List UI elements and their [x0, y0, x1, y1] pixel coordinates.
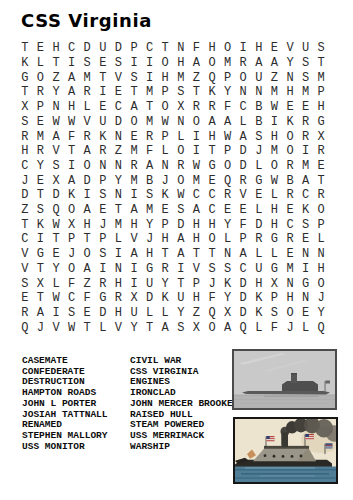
grid-cell: R [235, 173, 251, 188]
grid-cell: M [79, 70, 95, 85]
grid-cell: H [251, 276, 267, 291]
grid-cell: H [111, 276, 127, 291]
grid-cell: D [235, 306, 251, 321]
photo-ship-hull [242, 391, 330, 395]
grid-cell: Y [220, 291, 236, 306]
grid-cell: G [267, 232, 283, 247]
word-list-item: JOHN L PORTER [22, 399, 108, 410]
grid-cell: E [313, 159, 329, 174]
grid-cell: E [33, 173, 49, 188]
grid-cell: S [64, 306, 80, 321]
grid-cell: K [298, 203, 314, 218]
grid-cell: P [189, 276, 205, 291]
grid-cell: N [111, 129, 127, 144]
grid-cell: S [142, 188, 158, 203]
grid-cell: O [282, 144, 298, 159]
grid-cell: I [126, 188, 142, 203]
grid-cell: L [251, 247, 267, 262]
grid-cell: A [189, 203, 205, 218]
grid-cell: Z [267, 70, 283, 85]
grid-cell: Y [157, 276, 173, 291]
grid-cell: R [17, 306, 33, 321]
grid-cell: T [33, 261, 49, 276]
grid-cell: Z [189, 306, 205, 321]
grid-cell: H [64, 100, 80, 115]
grid-cell: F [189, 41, 205, 56]
grid-cell: A [79, 261, 95, 276]
grid-cell: N [220, 247, 236, 262]
grid-cell: M [267, 85, 283, 100]
grid-cell: T [17, 41, 33, 56]
grid-cell: M [142, 203, 158, 218]
grid-cell: N [173, 41, 189, 56]
grid-cell: G [95, 291, 111, 306]
grid-cell: T [79, 232, 95, 247]
grid-cell: H [204, 217, 220, 232]
grid-cell: A [142, 159, 158, 174]
grid-cell: R [33, 85, 49, 100]
grid-cell: R [142, 129, 158, 144]
grid-cell: B [282, 173, 298, 188]
grid-cell: S [267, 306, 283, 321]
grid-cell: C [17, 159, 33, 174]
word-list-left-column: CASEMATECONFEDERATEDESTRUCTIONHAMPTON RO… [22, 356, 108, 452]
grid-cell: R [220, 188, 236, 203]
grid-cell: A [64, 173, 80, 188]
grid-cell: U [251, 261, 267, 276]
grid-cell: M [298, 85, 314, 100]
grid-cell: A [157, 320, 173, 335]
grid-cell: S [220, 261, 236, 276]
grid-cell: J [17, 173, 33, 188]
grid-cell: Y [173, 306, 189, 321]
grid-cell: K [64, 188, 80, 203]
grid-cell: P [313, 85, 329, 100]
grid-cell: W [48, 217, 64, 232]
word-list-item: WARSHIP [130, 442, 233, 453]
grid-cell: L [298, 320, 314, 335]
grid-cell: H [157, 70, 173, 85]
grid-cell: T [204, 144, 220, 159]
grid-cell: Y [126, 320, 142, 335]
grid-cell: S [17, 114, 33, 129]
grid-cell: V [282, 41, 298, 56]
grid-cell: Y [33, 159, 49, 174]
grid-cell: M [189, 173, 205, 188]
grid-cell: M [142, 114, 158, 129]
grid-cell: E [157, 203, 173, 218]
grid-cell: R [298, 114, 314, 129]
grid-cell: H [267, 129, 283, 144]
grid-cell: I [189, 129, 205, 144]
grid-cell: X [220, 306, 236, 321]
grid-cell: R [251, 232, 267, 247]
grid-cell: R [282, 188, 298, 203]
grid-cell: W [64, 114, 80, 129]
grid-cell: H [189, 291, 205, 306]
grid-cell: N [48, 100, 64, 115]
grid-cell: V [189, 261, 205, 276]
grid-cell: L [251, 203, 267, 218]
grid-cell: A [173, 247, 189, 262]
grid-cell: T [17, 217, 33, 232]
grid-cell: T [33, 188, 49, 203]
grid-cell: W [48, 114, 64, 129]
grid-cell: W [48, 291, 64, 306]
grid-cell: H [79, 217, 95, 232]
grid-cell: H [313, 100, 329, 115]
grid-cell: O [220, 159, 236, 174]
grid-cell: O [157, 56, 173, 71]
grid-cell: C [298, 188, 314, 203]
grid-cell: P [95, 232, 111, 247]
grid-cell: N [111, 188, 127, 203]
grid-cell: Y [282, 56, 298, 71]
photo-ship-casemate [282, 381, 318, 391]
worksheet-page: CSS Virginia TEHCDUDPCTNFHOIHEVUSKLTISES… [0, 0, 353, 500]
grid-cell: E [204, 173, 220, 188]
word-list-right-column: CIVIL WARCSS VIRGINIAENGINESIRONCLADJOHN… [130, 356, 233, 452]
grid-cell: M [111, 217, 127, 232]
grid-cell: W [64, 320, 80, 335]
grid-cell: E [282, 100, 298, 115]
grid-cell: B [251, 114, 267, 129]
grid-cell: Q [17, 320, 33, 335]
grid-cell: P [267, 291, 283, 306]
grid-cell: S [298, 217, 314, 232]
grid-cell: V [17, 247, 33, 262]
grid-cell: T [173, 276, 189, 291]
grid-cell: M [267, 144, 283, 159]
grid-cell: I [79, 188, 95, 203]
grid-cell: K [157, 291, 173, 306]
grid-cell: C [111, 100, 127, 115]
grid-cell: T [33, 291, 49, 306]
grid-cell: L [111, 232, 127, 247]
grid-cell: D [111, 41, 127, 56]
grid-cell: C [235, 100, 251, 115]
grid-cell: D [142, 291, 158, 306]
grid-cell: K [33, 217, 49, 232]
grid-cell: E [33, 114, 49, 129]
grid-cell: R [313, 144, 329, 159]
grid-cell: N [298, 291, 314, 306]
grid-cell: S [33, 203, 49, 218]
grid-cell: E [282, 203, 298, 218]
grid-cell: R [173, 159, 189, 174]
grid-cell: A [204, 114, 220, 129]
grid-cell: I [298, 144, 314, 159]
grid-cell: U [251, 70, 267, 85]
grid-cell: T [95, 70, 111, 85]
grid-cell: X [33, 276, 49, 291]
grid-cell: P [157, 129, 173, 144]
grid-cell: J [157, 173, 173, 188]
grid-cell: P [33, 100, 49, 115]
grid-cell: O [235, 70, 251, 85]
grid-cell: G [251, 173, 267, 188]
grid-cell: L [313, 232, 329, 247]
grid-cell: P [126, 41, 142, 56]
grid-cell: X [189, 320, 205, 335]
grid-cell: L [95, 320, 111, 335]
grid-cell: R [79, 85, 95, 100]
grid-cell: F [79, 291, 95, 306]
grid-cell: A [64, 70, 80, 85]
painting-css-virginia-color [233, 417, 338, 484]
grid-cell: J [142, 232, 158, 247]
grid-cell: G [33, 247, 49, 262]
grid-cell: D [235, 291, 251, 306]
grid-cell: N [282, 70, 298, 85]
color-painting-illustration [235, 419, 336, 482]
grid-cell: P [95, 173, 111, 188]
grid-cell: V [126, 232, 142, 247]
grid-cell: K [251, 291, 267, 306]
grid-cell: R [313, 188, 329, 203]
grid-cell: P [220, 70, 236, 85]
grid-cell: U [142, 276, 158, 291]
grid-cell: D [251, 217, 267, 232]
grid-cell: W [220, 129, 236, 144]
grid-cell: I [142, 56, 158, 71]
grid-cell: A [235, 129, 251, 144]
grid-cell: H [282, 85, 298, 100]
grid-cell: I [189, 144, 205, 159]
grid-cell: R [282, 159, 298, 174]
grid-cell: Y [220, 85, 236, 100]
grid-cell: T [313, 173, 329, 188]
grid-cell: H [267, 203, 283, 218]
grid-cell: G [298, 276, 314, 291]
grid-cell: S [79, 56, 95, 71]
grid-cell: R [95, 144, 111, 159]
grid-cell: T [64, 144, 80, 159]
grid-cell: N [298, 247, 314, 262]
grid-cell: S [313, 41, 329, 56]
grid-cell: S [111, 56, 127, 71]
grid-cell: D [79, 41, 95, 56]
grid-cell: D [235, 144, 251, 159]
grid-cell: A [126, 100, 142, 115]
grid-cell: K [204, 85, 220, 100]
grid-cell: E [298, 306, 314, 321]
grid-cell: O [79, 247, 95, 262]
grid-cell: H [189, 217, 205, 232]
grid-cell: M [313, 70, 329, 85]
grid-cell: S [126, 70, 142, 85]
page-title: CSS Virginia [21, 10, 152, 31]
grid-cell: Y [48, 85, 64, 100]
grid-cell: Y [48, 261, 64, 276]
grid-cell: A [267, 56, 283, 71]
grid-cell: E [111, 85, 127, 100]
grid-cell: M [173, 70, 189, 85]
grid-cell: H [189, 232, 205, 247]
grid-cell: Q [48, 203, 64, 218]
grid-cell: I [64, 159, 80, 174]
photo-ship-reflection [264, 396, 319, 398]
grid-cell: N [95, 159, 111, 174]
grid-cell: D [79, 173, 95, 188]
grid-cell: N [173, 114, 189, 129]
grid-cell: M [126, 173, 142, 188]
grid-cell: O [204, 232, 220, 247]
grid-cell: L [173, 129, 189, 144]
grid-cell: W [267, 100, 283, 115]
grid-cell: Y [111, 173, 127, 188]
grid-cell: L [33, 56, 49, 71]
grid-cell: I [173, 261, 189, 276]
grid-cell: U [95, 114, 111, 129]
grid-cell: K [157, 188, 173, 203]
photo-horizon [234, 395, 335, 396]
grid-cell: F [235, 217, 251, 232]
grid-cell: M [142, 85, 158, 100]
grid-cell: E [267, 41, 283, 56]
grid-cell: M [220, 56, 236, 71]
grid-cell: T [313, 56, 329, 71]
grid-cell: D [111, 114, 127, 129]
grid-cell: Y [313, 306, 329, 321]
grid-cell: E [33, 41, 49, 56]
grid-cell: I [111, 247, 127, 262]
grid-cell: O [126, 114, 142, 129]
grid-cell: Z [79, 276, 95, 291]
photo-css-virginia-bw [232, 349, 337, 410]
grid-cell: I [33, 232, 49, 247]
grid-cell: R [126, 159, 142, 174]
grid-cell: U [298, 41, 314, 56]
grid-cell: V [79, 114, 95, 129]
grid-cell: W [157, 114, 173, 129]
grid-cell: W [189, 159, 205, 174]
grid-cell: D [173, 217, 189, 232]
grid-cell: H [173, 56, 189, 71]
grid-cell: A [64, 85, 80, 100]
grid-cell: S [251, 129, 267, 144]
grid-cell: M [282, 261, 298, 276]
grid-cell: F [64, 276, 80, 291]
grid-cell: H [267, 217, 283, 232]
grid-cell: R [235, 56, 251, 71]
grid-cell: E [282, 247, 298, 262]
grid-cell: H [313, 261, 329, 276]
grid-cell: Z [17, 203, 33, 218]
grid-cell: R [204, 100, 220, 115]
grid-cell: Q [204, 306, 220, 321]
grid-cell: L [251, 320, 267, 335]
grid-cell: O [33, 70, 49, 85]
grid-cell: W [173, 188, 189, 203]
grid-cell: N [282, 276, 298, 291]
grid-cell: O [220, 41, 236, 56]
grid-cell: A [220, 320, 236, 335]
grid-cell: L [251, 159, 267, 174]
grid-cell: C [17, 232, 33, 247]
grid-cell: T [111, 203, 127, 218]
grid-cell: H [282, 291, 298, 306]
grid-cell: V [48, 320, 64, 335]
grid-cell: H [251, 41, 267, 56]
grid-cell: Q [313, 320, 329, 335]
grid-cell: X [64, 217, 80, 232]
grid-cell: H [17, 144, 33, 159]
grid-cell: J [95, 217, 111, 232]
grid-cell: O [64, 203, 80, 218]
grid-cell: T [126, 85, 142, 100]
grid-cell: R [189, 100, 205, 115]
grid-cell: J [33, 320, 49, 335]
grid-cell: X [267, 276, 283, 291]
grid-cell: S [173, 85, 189, 100]
grid-cell: Z [111, 144, 127, 159]
grid-cell: A [79, 203, 95, 218]
grid-cell: P [220, 144, 236, 159]
grid-cell: E [17, 291, 33, 306]
grid-cell: Y [220, 217, 236, 232]
grid-cell: A [173, 232, 189, 247]
grid-cell: J [204, 276, 220, 291]
grid-cell: S [173, 320, 189, 335]
grid-cell: A [33, 306, 49, 321]
grid-cell: T [142, 320, 158, 335]
grid-cell: C [282, 217, 298, 232]
grid-cell: Q [235, 320, 251, 335]
grid-cell: A [48, 129, 64, 144]
grid-cell: D [17, 188, 33, 203]
grid-cell: T [157, 247, 173, 262]
grid-cell: A [220, 114, 236, 129]
grid-cell: H [126, 217, 142, 232]
grid-cell: J [282, 320, 298, 335]
grid-cell: S [17, 276, 33, 291]
grid-cell: D [95, 306, 111, 321]
grid-cell: A [235, 247, 251, 262]
grid-cell: H [157, 232, 173, 247]
grid-cell: X [173, 100, 189, 115]
grid-cell: X [126, 291, 142, 306]
grid-cell: S [95, 247, 111, 262]
grid-cell: I [298, 261, 314, 276]
grid-cell: I [95, 261, 111, 276]
grid-cell: B [251, 100, 267, 115]
grid-cell: E [48, 247, 64, 262]
grid-cell: O [204, 56, 220, 71]
grid-cell: D [235, 276, 251, 291]
grid-cell: J [313, 291, 329, 306]
grid-cell: T [189, 85, 205, 100]
grid-cell: Z [48, 70, 64, 85]
grid-cell: I [126, 261, 142, 276]
grid-cell: S [95, 188, 111, 203]
grid-cell: O [267, 159, 283, 174]
grid-cell: Q [220, 173, 236, 188]
grid-cell: C [204, 188, 220, 203]
grid-cell: O [313, 203, 329, 218]
grid-cell: E [95, 100, 111, 115]
grid-cell: R [33, 144, 49, 159]
grid-cell: O [157, 100, 173, 115]
grid-cell: U [95, 41, 111, 56]
grid-cell: H [48, 41, 64, 56]
grid-cell: K [282, 114, 298, 129]
grid-cell: S [173, 203, 189, 218]
grid-cell: E [79, 306, 95, 321]
grid-cell: S [204, 261, 220, 276]
grid-cell: X [17, 100, 33, 115]
grid-cell: E [126, 129, 142, 144]
